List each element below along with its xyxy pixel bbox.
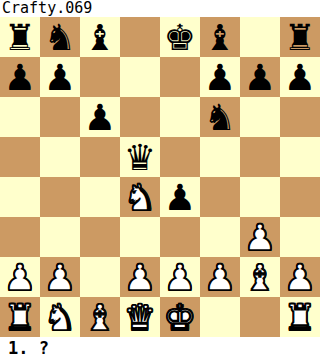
square-c3[interactable] xyxy=(80,217,120,257)
square-e4[interactable]: ♟ xyxy=(160,177,200,217)
square-g1[interactable] xyxy=(240,297,280,337)
square-h3[interactable] xyxy=(280,217,320,257)
square-c6[interactable]: ♟ xyxy=(80,97,120,137)
square-c8[interactable]: ♝ xyxy=(80,17,120,57)
square-e1[interactable]: ♚ xyxy=(160,297,200,337)
square-e3[interactable] xyxy=(160,217,200,257)
white-pawn[interactable]: ♟ xyxy=(0,257,40,297)
black-pawn[interactable]: ♟ xyxy=(0,57,40,97)
square-g4[interactable] xyxy=(240,177,280,217)
square-e2[interactable]: ♟ xyxy=(160,257,200,297)
white-queen[interactable]: ♛ xyxy=(120,297,160,337)
square-b1[interactable]: ♞ xyxy=(40,297,80,337)
square-a8[interactable]: ♜ xyxy=(0,17,40,57)
square-c2[interactable] xyxy=(80,257,120,297)
square-a5[interactable] xyxy=(0,137,40,177)
square-e7[interactable] xyxy=(160,57,200,97)
square-b5[interactable] xyxy=(40,137,80,177)
xboard-window: Crafty.069 ♜♞♝♚♝♜♟♟♟♟♟♟♞♛♞♟♟♟♟♟♟♟♝♟♜♞♝♛♚… xyxy=(0,0,320,360)
square-g3[interactable]: ♟ xyxy=(240,217,280,257)
square-e5[interactable] xyxy=(160,137,200,177)
white-knight[interactable]: ♞ xyxy=(120,177,160,217)
window-title: Crafty.069 xyxy=(0,0,320,17)
white-rook[interactable]: ♜ xyxy=(280,297,320,337)
square-a6[interactable] xyxy=(0,97,40,137)
square-d6[interactable] xyxy=(120,97,160,137)
white-bishop[interactable]: ♝ xyxy=(80,297,120,337)
square-b2[interactable]: ♟ xyxy=(40,257,80,297)
square-a3[interactable] xyxy=(0,217,40,257)
square-e6[interactable] xyxy=(160,97,200,137)
square-c5[interactable] xyxy=(80,137,120,177)
square-f1[interactable] xyxy=(200,297,240,337)
square-h8[interactable]: ♜ xyxy=(280,17,320,57)
square-c7[interactable] xyxy=(80,57,120,97)
white-pawn[interactable]: ♟ xyxy=(160,257,200,297)
square-a1[interactable]: ♜ xyxy=(0,297,40,337)
white-rook[interactable]: ♜ xyxy=(0,297,40,337)
square-b8[interactable]: ♞ xyxy=(40,17,80,57)
square-f5[interactable] xyxy=(200,137,240,177)
square-d7[interactable] xyxy=(120,57,160,97)
square-c4[interactable] xyxy=(80,177,120,217)
square-d4[interactable]: ♞ xyxy=(120,177,160,217)
square-a7[interactable]: ♟ xyxy=(0,57,40,97)
square-h4[interactable] xyxy=(280,177,320,217)
black-pawn[interactable]: ♟ xyxy=(80,97,120,137)
white-pawn[interactable]: ♟ xyxy=(280,257,320,297)
square-f7[interactable]: ♟ xyxy=(200,57,240,97)
white-king[interactable]: ♚ xyxy=(160,297,200,337)
square-f4[interactable] xyxy=(200,177,240,217)
white-pawn[interactable]: ♟ xyxy=(200,257,240,297)
white-pawn[interactable]: ♟ xyxy=(40,257,80,297)
chess-board: ♜♞♝♚♝♜♟♟♟♟♟♟♞♛♞♟♟♟♟♟♟♟♝♟♜♞♝♛♚♜ xyxy=(0,17,320,337)
black-bishop[interactable]: ♝ xyxy=(80,17,120,57)
square-a4[interactable] xyxy=(0,177,40,217)
black-pawn[interactable]: ♟ xyxy=(160,177,200,217)
square-h6[interactable] xyxy=(280,97,320,137)
white-knight[interactable]: ♞ xyxy=(40,297,80,337)
black-king[interactable]: ♚ xyxy=(160,17,200,57)
square-b3[interactable] xyxy=(40,217,80,257)
square-d1[interactable]: ♛ xyxy=(120,297,160,337)
black-knight[interactable]: ♞ xyxy=(200,97,240,137)
square-g8[interactable] xyxy=(240,17,280,57)
square-g6[interactable] xyxy=(240,97,280,137)
square-b7[interactable]: ♟ xyxy=(40,57,80,97)
square-g2[interactable]: ♝ xyxy=(240,257,280,297)
black-pawn[interactable]: ♟ xyxy=(40,57,80,97)
square-f3[interactable] xyxy=(200,217,240,257)
square-d2[interactable]: ♟ xyxy=(120,257,160,297)
black-pawn[interactable]: ♟ xyxy=(240,57,280,97)
square-h7[interactable]: ♟ xyxy=(280,57,320,97)
square-e8[interactable]: ♚ xyxy=(160,17,200,57)
black-pawn[interactable]: ♟ xyxy=(280,57,320,97)
black-bishop[interactable]: ♝ xyxy=(200,17,240,57)
square-b4[interactable] xyxy=(40,177,80,217)
white-bishop[interactable]: ♝ xyxy=(240,257,280,297)
square-b6[interactable] xyxy=(40,97,80,137)
square-g7[interactable]: ♟ xyxy=(240,57,280,97)
white-pawn[interactable]: ♟ xyxy=(120,257,160,297)
square-f6[interactable]: ♞ xyxy=(200,97,240,137)
black-knight[interactable]: ♞ xyxy=(40,17,80,57)
square-h5[interactable] xyxy=(280,137,320,177)
black-rook[interactable]: ♜ xyxy=(280,17,320,57)
move-status: 1. ? xyxy=(0,337,320,360)
square-a2[interactable]: ♟ xyxy=(0,257,40,297)
square-d3[interactable] xyxy=(120,217,160,257)
square-h1[interactable]: ♜ xyxy=(280,297,320,337)
white-pawn[interactable]: ♟ xyxy=(240,217,280,257)
square-d5[interactable]: ♛ xyxy=(120,137,160,177)
square-f2[interactable]: ♟ xyxy=(200,257,240,297)
square-g5[interactable] xyxy=(240,137,280,177)
black-rook[interactable]: ♜ xyxy=(0,17,40,57)
square-d8[interactable] xyxy=(120,17,160,57)
square-f8[interactable]: ♝ xyxy=(200,17,240,57)
black-queen[interactable]: ♛ xyxy=(120,137,160,177)
black-pawn[interactable]: ♟ xyxy=(200,57,240,97)
square-h2[interactable]: ♟ xyxy=(280,257,320,297)
square-c1[interactable]: ♝ xyxy=(80,297,120,337)
